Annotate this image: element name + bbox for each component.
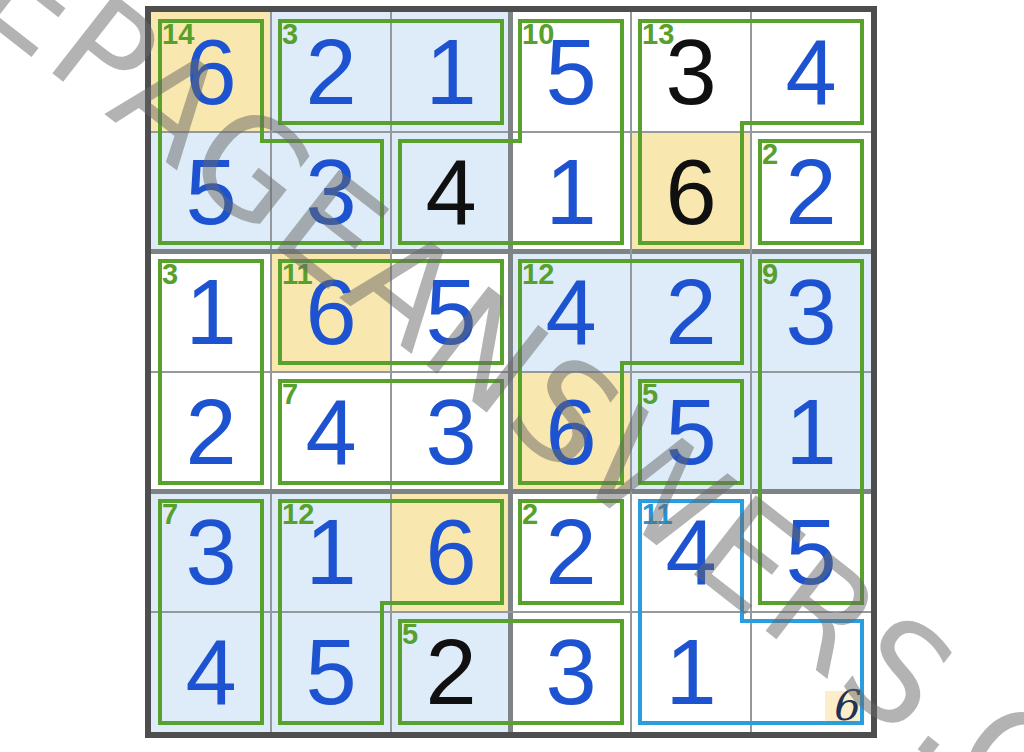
cage-border — [500, 379, 504, 485]
cage-border — [638, 601, 642, 725]
entered-digit: 1 — [545, 146, 596, 238]
cage-sum-label: 12 — [522, 260, 554, 289]
given-digit: 6 — [665, 146, 716, 238]
cage-sum-label: 9 — [762, 260, 778, 289]
given-digit: 4 — [425, 146, 476, 238]
cage-border — [500, 259, 504, 365]
cage-sum-label: 2 — [522, 500, 538, 529]
cell-r5c5[interactable]: 114 — [631, 492, 751, 612]
cell-r3c1[interactable]: 31 — [151, 252, 271, 372]
cage-sum-label: 14 — [162, 20, 194, 49]
cage-sum-label: 3 — [282, 20, 298, 49]
cell-r5c6[interactable]: 5 — [751, 492, 871, 612]
cage-sum-label: 2 — [762, 140, 778, 169]
entered-digit: 6 — [305, 266, 356, 358]
cell-r1c6[interactable]: 4 — [751, 12, 871, 132]
entered-digit: 4 — [665, 506, 716, 598]
cell-r4c1[interactable]: 2 — [151, 372, 271, 492]
cage-border — [260, 499, 264, 623]
cell-r3c3[interactable]: 5 — [391, 252, 511, 372]
cage-border — [398, 139, 402, 245]
cell-r4c2[interactable]: 74 — [271, 372, 391, 492]
cage-border — [740, 379, 744, 485]
cell-r2c3[interactable]: 4 — [391, 132, 511, 252]
cage-border — [620, 361, 624, 485]
cage-sum-label: 5 — [402, 620, 418, 649]
entered-digit: 2 — [785, 146, 836, 238]
entered-digit: 3 — [545, 626, 596, 718]
entered-digit: 5 — [785, 506, 836, 598]
entered-digit: 1 — [185, 266, 236, 358]
cell-r4c3[interactable]: 3 — [391, 372, 511, 492]
cage-border — [380, 601, 384, 725]
entered-digit: 4 — [785, 26, 836, 118]
cage-sum-label: 13 — [642, 20, 674, 49]
cage-border — [260, 19, 264, 143]
cell-r3c6[interactable]: 93 — [751, 252, 871, 372]
cell-r3c4[interactable]: 124 — [511, 252, 631, 372]
cage-sum-label: 11 — [282, 260, 313, 289]
cage-border — [158, 601, 162, 725]
cell-r5c2[interactable]: 121 — [271, 492, 391, 612]
cage-border — [500, 19, 504, 125]
entered-digit: 2 — [665, 266, 716, 358]
cell-r6c4[interactable]: 3 — [511, 612, 631, 732]
cage-border — [758, 481, 762, 605]
cage-border — [860, 361, 864, 503]
cage-sum-label: 3 — [162, 260, 178, 289]
cell-r2c1[interactable]: 5 — [151, 132, 271, 252]
cage-border — [860, 139, 864, 245]
cage-border — [260, 361, 264, 485]
killer-sudoku-board: 1463211051334534162231116512429327436551… — [145, 6, 877, 738]
cell-r1c4[interactable]: 105 — [511, 12, 631, 132]
cage-border — [380, 139, 384, 245]
cell-r5c4[interactable]: 22 — [511, 492, 631, 612]
cell-r4c4[interactable]: 6 — [511, 372, 631, 492]
cage-border — [740, 121, 744, 245]
cage-border — [500, 499, 504, 605]
cage-border — [260, 259, 264, 383]
cell-grid: 1463211051334534162231116512429327436551… — [151, 12, 871, 732]
cage-border — [158, 361, 162, 485]
entered-digit: 2 — [185, 386, 236, 478]
cell-r2c6[interactable]: 22 — [751, 132, 871, 252]
cage-sum-label: 12 — [282, 500, 314, 529]
entered-digit: 3 — [185, 506, 236, 598]
entered-digit: 2 — [545, 506, 596, 598]
cell-r1c2[interactable]: 32 — [271, 12, 391, 132]
cage-border — [860, 259, 864, 383]
cage-border — [620, 619, 624, 725]
cell-r5c3[interactable]: 6 — [391, 492, 511, 612]
cage-sum-label: 10 — [522, 20, 554, 49]
entered-digit: 2 — [305, 26, 356, 118]
cell-r2c4[interactable]: 1 — [511, 132, 631, 252]
cage-border — [860, 481, 864, 605]
entered-digit: 6 — [425, 506, 476, 598]
cell-r3c5[interactable]: 2 — [631, 252, 751, 372]
entered-digit: 1 — [785, 386, 836, 478]
cage-border — [638, 121, 642, 245]
cage-border — [740, 499, 744, 623]
cage-sum-label: 7 — [162, 500, 178, 529]
cage-border — [620, 19, 624, 143]
entered-digit: 3 — [425, 386, 476, 478]
given-digit: 2 — [425, 626, 476, 718]
entered-digit: 4 — [185, 626, 236, 718]
entered-digit: 6 — [545, 386, 596, 478]
cage-border — [278, 601, 282, 725]
entered-digit: 5 — [425, 266, 476, 358]
cage-sum-label: 7 — [282, 380, 298, 409]
cell-r6c6[interactable]: 6 — [751, 612, 871, 732]
cell-r5c1[interactable]: 73 — [151, 492, 271, 612]
entered-digit: 4 — [305, 386, 356, 478]
cell-r2c5[interactable]: 6 — [631, 132, 751, 252]
cell-r6c5[interactable]: 1 — [631, 612, 751, 732]
cage-border — [620, 499, 624, 605]
cage-sum-label: 11 — [642, 500, 673, 529]
cell-r6c3[interactable]: 52 — [391, 612, 511, 732]
cage-border — [260, 601, 264, 725]
cell-r4c6[interactable]: 1 — [751, 372, 871, 492]
entered-digit: 3 — [305, 146, 356, 238]
cell-r3c2[interactable]: 116 — [271, 252, 391, 372]
cell-r2c2[interactable]: 3 — [271, 132, 391, 252]
cell-r6c1[interactable]: 4 — [151, 612, 271, 732]
cage-border — [860, 19, 864, 125]
entered-digit: 5 — [665, 386, 716, 478]
cage-sum-label: 5 — [642, 380, 658, 409]
pencil-digit: 6 — [831, 688, 858, 724]
entered-digit: 1 — [665, 626, 716, 718]
cage-border — [740, 259, 744, 365]
cell-r1c1[interactable]: 146 — [151, 12, 271, 132]
cage-border — [158, 121, 162, 245]
cell-r1c5[interactable]: 133 — [631, 12, 751, 132]
cell-r4c5[interactable]: 55 — [631, 372, 751, 492]
cage-border — [758, 361, 762, 503]
cage-border — [620, 121, 624, 245]
cell-r6c2[interactable]: 5 — [271, 612, 391, 732]
pencil-mark: 6 — [825, 691, 863, 724]
entered-digit: 1 — [425, 26, 476, 118]
entered-digit: 3 — [785, 266, 836, 358]
cell-r1c3[interactable]: 1 — [391, 12, 511, 132]
cage-border — [740, 619, 864, 623]
entered-digit: 5 — [305, 626, 356, 718]
page: 1463211051334534162231116512429327436551… — [0, 0, 1024, 752]
cage-border — [518, 361, 522, 485]
entered-digit: 5 — [185, 146, 236, 238]
